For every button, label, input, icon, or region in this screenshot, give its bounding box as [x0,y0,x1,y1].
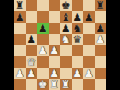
square-h1[interactable] [95,79,107,90]
square-g7[interactable]: ♟ [83,11,95,22]
piece-black-pawn: ♟ [61,23,70,33]
piece-white-rook: ♜ [61,79,70,89]
square-g3[interactable] [83,56,95,67]
square-a3[interactable] [14,56,26,67]
square-b8[interactable] [26,0,38,11]
square-f7[interactable]: ♟ [72,11,84,22]
piece-black-pawn: ♟ [38,23,47,33]
square-c4[interactable]: ♟ [37,45,49,56]
piece-black-king: ♚ [61,0,70,10]
square-e8[interactable]: ♚ [60,0,72,11]
square-h5[interactable]: ♟ [95,34,107,45]
square-h7[interactable] [95,11,107,22]
square-d6[interactable] [49,23,61,34]
piece-black-knight: ♞ [73,23,82,33]
square-f3[interactable] [72,56,84,67]
square-b5[interactable]: ♟ [26,34,38,45]
piece-white-pawn: ♟ [27,68,36,78]
square-a7[interactable]: ♟ [14,11,26,22]
square-f4[interactable] [72,45,84,56]
square-a5[interactable] [14,34,26,45]
square-h3[interactable] [95,56,107,67]
square-b1[interactable] [26,79,38,90]
square-d1[interactable]: ♜ [49,79,61,90]
piece-black-pawn: ♟ [84,11,93,21]
piece-black-pawn: ♟ [27,34,36,44]
square-g2[interactable]: ♟ [83,68,95,79]
square-b6[interactable] [26,23,38,34]
piece-white-pawn: ♟ [50,45,59,55]
square-e3[interactable] [60,56,72,67]
square-b7[interactable] [26,11,38,22]
square-c1[interactable]: ♚ [37,79,49,90]
square-d2[interactable]: ♟ [49,68,61,79]
square-b4[interactable] [26,45,38,56]
square-a1[interactable] [14,79,26,90]
piece-white-pawn: ♟ [50,68,59,78]
square-e6[interactable]: ♟ [60,23,72,34]
square-d4[interactable]: ♟ [49,45,61,56]
square-c7[interactable] [37,11,49,22]
square-d5[interactable] [49,34,61,45]
square-b3[interactable]: ♛ [26,56,38,67]
square-a6[interactable] [14,23,26,34]
square-a4[interactable] [14,45,26,56]
square-d3[interactable] [49,56,61,67]
piece-white-pawn: ♟ [96,34,105,44]
square-g5[interactable] [83,34,95,45]
square-f6[interactable]: ♞ [72,23,84,34]
square-g4[interactable] [83,45,95,56]
piece-white-pawn: ♟ [38,45,47,55]
piece-black-rook: ♜ [96,0,105,10]
piece-black-queen: ♛ [73,34,82,44]
piece-white-king: ♚ [38,79,47,89]
square-a8[interactable]: ♜ [14,0,26,11]
square-e7[interactable]: ♝ [60,11,72,22]
piece-black-bishop: ♝ [61,11,70,21]
square-f2[interactable]: ♟ [72,68,84,79]
chess-board: ♜♚♜♟♝♟♟♟♟♞♟♟♞♛♟♟♟♛♟♟♟♟♟♚♜♜ [14,0,106,90]
square-g6[interactable] [83,23,95,34]
square-d8[interactable] [49,0,61,11]
square-c6[interactable]: ♟ [37,23,49,34]
piece-black-rook: ♜ [15,0,24,10]
square-e2[interactable] [60,68,72,79]
square-g1[interactable] [83,79,95,90]
square-f8[interactable] [72,0,84,11]
square-a2[interactable]: ♟ [14,68,26,79]
piece-white-pawn: ♟ [15,68,24,78]
piece-white-pawn: ♟ [73,68,82,78]
piece-white-pawn: ♟ [84,68,93,78]
square-c5[interactable] [37,34,49,45]
chess-app-viewport: ♜♚♜♟♝♟♟♟♟♞♟♟♞♛♟♟♟♛♟♟♟♟♟♚♜♜ [0,0,120,90]
square-b2[interactable]: ♟ [26,68,38,79]
square-f1[interactable] [72,79,84,90]
square-e4[interactable] [60,45,72,56]
square-h8[interactable]: ♜ [95,0,107,11]
square-c3[interactable] [37,56,49,67]
piece-black-pawn: ♟ [15,11,24,21]
piece-white-rook: ♜ [50,79,59,89]
piece-black-pawn: ♟ [96,23,105,33]
square-c2[interactable] [37,68,49,79]
square-d7[interactable] [49,11,61,22]
piece-black-pawn: ♟ [73,11,82,21]
square-h6[interactable]: ♟ [95,23,107,34]
square-e5[interactable]: ♞ [60,34,72,45]
letterbox-right [106,0,120,90]
letterbox-left [0,0,14,90]
square-c8[interactable] [37,0,49,11]
square-g8[interactable] [83,0,95,11]
square-e1[interactable]: ♜ [60,79,72,90]
square-h2[interactable] [95,68,107,79]
piece-white-knight: ♞ [61,34,70,44]
piece-white-queen: ♛ [27,56,36,66]
square-h4[interactable] [95,45,107,56]
square-f5[interactable]: ♛ [72,34,84,45]
